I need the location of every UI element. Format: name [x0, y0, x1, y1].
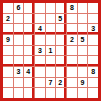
cell-r9c8[interactable]	[78, 88, 88, 98]
cell-r9c1[interactable]	[3, 88, 13, 98]
cell-r4c9[interactable]	[88, 35, 98, 45]
cell-r7c3: 4	[24, 67, 34, 77]
cell-r8c3[interactable]	[24, 78, 34, 88]
cell-r7c6[interactable]	[56, 67, 66, 77]
cell-r1c4[interactable]	[35, 3, 45, 13]
cell-r2c6: 5	[56, 14, 66, 24]
cell-r6c8[interactable]	[78, 56, 88, 66]
cell-r6c2[interactable]	[14, 56, 24, 66]
cell-r9c9[interactable]	[88, 88, 98, 98]
cell-r2c3[interactable]	[24, 14, 34, 24]
cell-r2c4[interactable]	[35, 14, 45, 24]
cell-r5c5: 1	[46, 46, 56, 56]
sudoku-board: 68254392531348729	[0, 0, 101, 101]
cell-r1c2: 6	[14, 3, 24, 13]
cell-r5c2[interactable]	[14, 46, 24, 56]
cell-r4c7: 2	[67, 35, 77, 45]
cell-r2c8[interactable]	[78, 14, 88, 24]
cell-r5c1[interactable]	[3, 46, 13, 56]
cell-r2c7[interactable]	[67, 14, 77, 24]
cell-r7c1[interactable]	[3, 67, 13, 77]
cell-r6c3[interactable]	[24, 56, 34, 66]
cell-r3c8[interactable]	[78, 24, 88, 34]
cell-r3c5[interactable]	[46, 24, 56, 34]
cell-r8c7[interactable]	[67, 78, 77, 88]
cell-r8c4[interactable]	[35, 78, 45, 88]
cell-r4c6[interactable]	[56, 35, 66, 45]
cell-r3c6[interactable]	[56, 24, 66, 34]
cell-r2c1: 2	[3, 14, 13, 24]
cell-r8c5: 7	[46, 78, 56, 88]
cell-r9c6[interactable]	[56, 88, 66, 98]
cell-r4c8: 5	[78, 35, 88, 45]
cell-r5c9[interactable]	[88, 46, 98, 56]
cell-r3c3[interactable]	[24, 24, 34, 34]
cell-r6c9[interactable]	[88, 56, 98, 66]
cell-r2c2[interactable]	[14, 14, 24, 24]
cell-r3c7[interactable]	[67, 24, 77, 34]
cell-r2c5[interactable]	[46, 14, 56, 24]
cell-r5c3[interactable]	[24, 46, 34, 56]
cell-r9c7[interactable]	[67, 88, 77, 98]
cell-r4c1: 9	[3, 35, 13, 45]
cell-r4c2[interactable]	[14, 35, 24, 45]
cell-r8c1[interactable]	[3, 78, 13, 88]
cell-r8c2[interactable]	[14, 78, 24, 88]
cell-r5c6[interactable]	[56, 46, 66, 56]
cell-r9c5[interactable]	[46, 88, 56, 98]
cell-r9c3[interactable]	[24, 88, 34, 98]
cell-r1c7: 8	[67, 3, 77, 13]
cell-r9c4[interactable]	[35, 88, 45, 98]
cell-r4c5[interactable]	[46, 35, 56, 45]
cell-r8c8: 9	[78, 78, 88, 88]
cell-r1c3[interactable]	[24, 3, 34, 13]
cell-r7c7[interactable]	[67, 67, 77, 77]
cell-r8c9[interactable]	[88, 78, 98, 88]
cell-r6c6[interactable]	[56, 56, 66, 66]
cell-r7c2: 3	[14, 67, 24, 77]
cell-r7c4[interactable]	[35, 67, 45, 77]
cell-r1c1[interactable]	[3, 3, 13, 13]
cell-r4c3[interactable]	[24, 35, 34, 45]
cell-r1c5[interactable]	[46, 3, 56, 13]
cell-r1c6[interactable]	[56, 3, 66, 13]
cell-r3c9: 3	[88, 24, 98, 34]
cell-r5c8[interactable]	[78, 46, 88, 56]
cell-r4c4[interactable]	[35, 35, 45, 45]
cell-r1c8[interactable]	[78, 3, 88, 13]
cell-r6c4[interactable]	[35, 56, 45, 66]
cell-r5c7[interactable]	[67, 46, 77, 56]
cell-r1c9[interactable]	[88, 3, 98, 13]
cell-r7c5[interactable]	[46, 67, 56, 77]
cell-r3c1[interactable]	[3, 24, 13, 34]
cell-r6c1[interactable]	[3, 56, 13, 66]
cell-r8c6: 2	[56, 78, 66, 88]
cell-r5c4: 3	[35, 46, 45, 56]
cell-r6c7[interactable]	[67, 56, 77, 66]
cell-r2c9[interactable]	[88, 14, 98, 24]
cell-r9c2[interactable]	[14, 88, 24, 98]
cell-r3c4: 4	[35, 24, 45, 34]
cell-r7c9: 8	[88, 67, 98, 77]
cell-r3c2[interactable]	[14, 24, 24, 34]
cell-r7c8[interactable]	[78, 67, 88, 77]
cell-r6c5[interactable]	[46, 56, 56, 66]
